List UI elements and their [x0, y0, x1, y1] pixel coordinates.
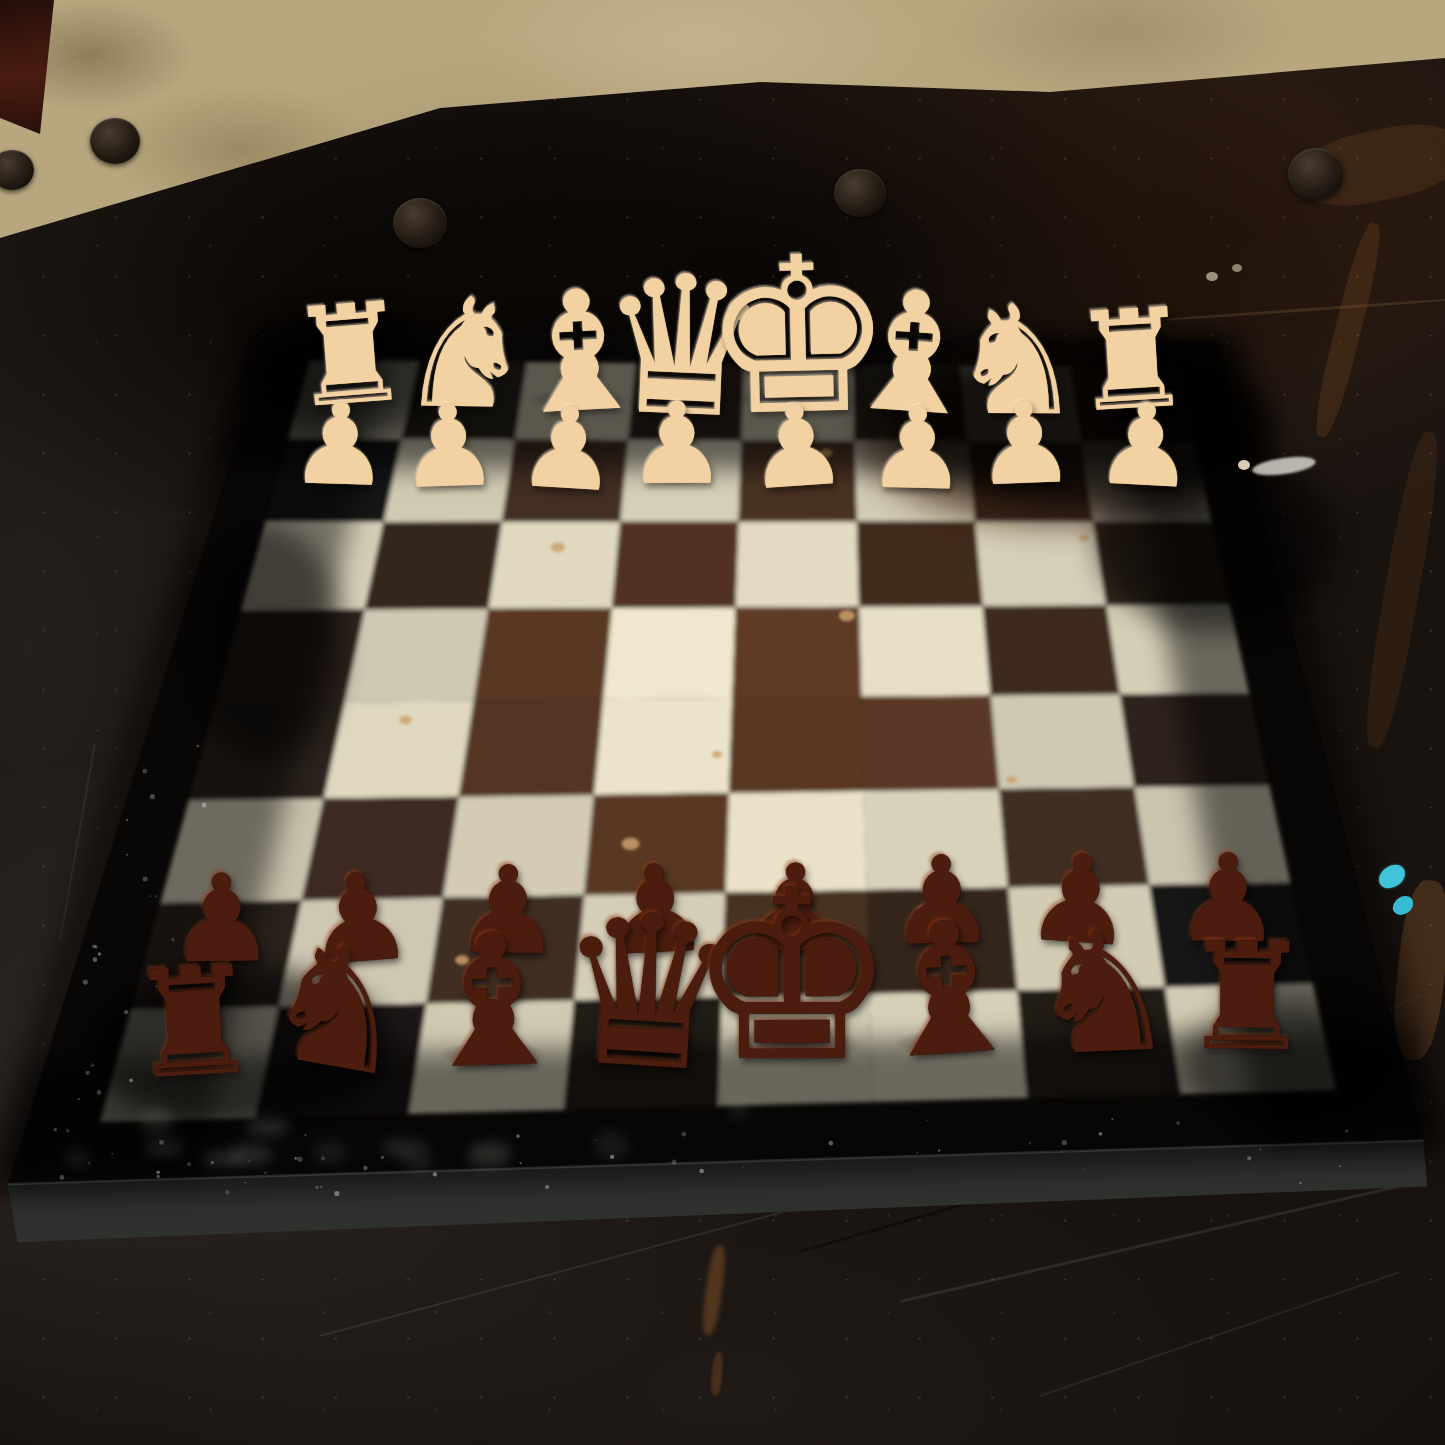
piece-dark-bishop-f8: ♝	[861, 902, 1035, 1080]
piece-dark-rook-h8: ♜	[1179, 929, 1314, 1067]
piece-light-pawn-e2: ♟	[743, 392, 851, 503]
piece-light-pawn-g2: ♟	[973, 391, 1078, 499]
piece-light-pawn-c2: ♟	[515, 395, 622, 505]
piece-light-pawn-b2: ♟	[396, 394, 501, 501]
piece-light-pawn-h2: ♟	[1092, 392, 1199, 501]
piece-dark-knight-b8: ♞	[252, 921, 425, 1097]
piece-light-pawn-f2: ♟	[865, 396, 969, 502]
piece-light-pawn-a2: ♟	[288, 392, 393, 499]
pieces-layer: ♜♞♝♛♚♝♞♜♟♟♟♟♟♟♟♟♟♟♟♟♟♟♟♟♜♞♝♛♚♝♞♜	[0, 0, 1445, 1445]
piece-light-pawn-d2: ♟	[626, 393, 728, 497]
photo-scene: ♜♞♝♛♚♝♞♜♟♟♟♟♟♟♟♟♟♟♟♟♟♟♟♟♜♞♝♛♚♝♞♜	[0, 0, 1445, 1445]
piece-dark-rook-a8: ♜	[124, 951, 264, 1095]
piece-dark-knight-g8: ♞	[1025, 914, 1180, 1073]
